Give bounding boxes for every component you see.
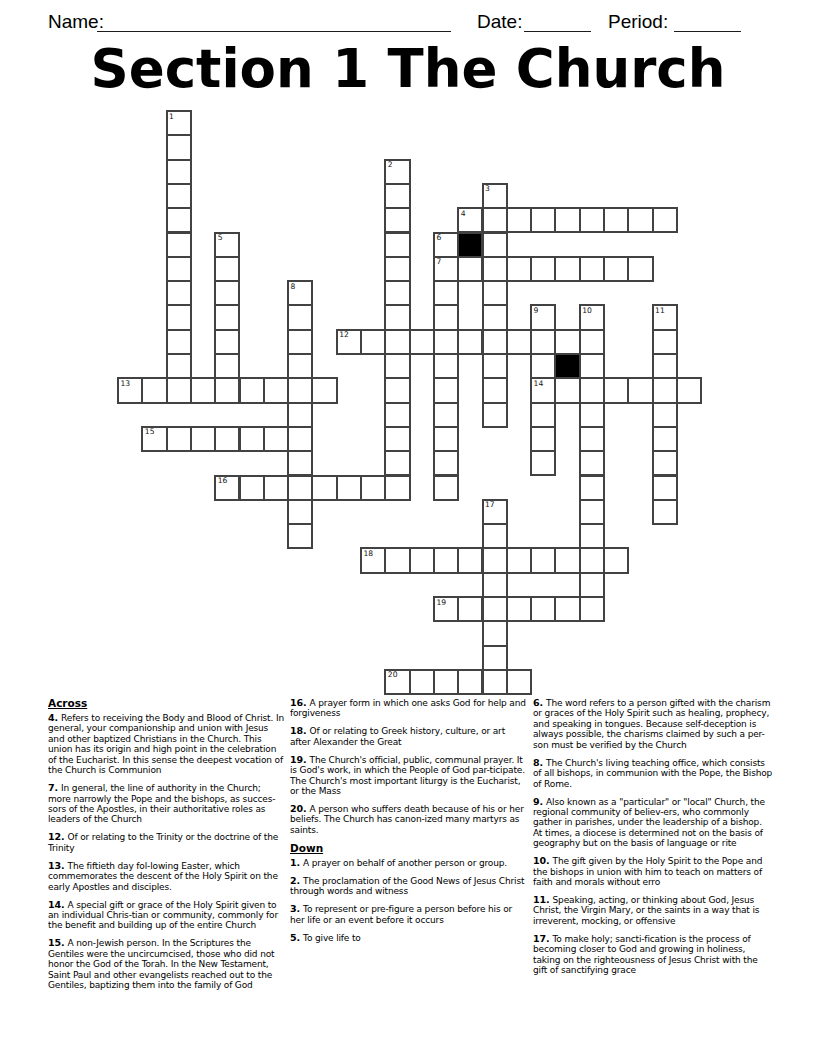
- cell-number-20: 20: [388, 671, 398, 679]
- clue-number: 1.: [290, 857, 303, 868]
- cell-number-9: 9: [534, 307, 539, 315]
- grid-cell[interactable]: [652, 329, 678, 355]
- grid-cell[interactable]: [433, 377, 459, 403]
- grid-cell[interactable]: [166, 377, 192, 403]
- clue-17: 17. To make holy; sancti-fication is the…: [533, 933, 773, 976]
- clue-text: A prayer on behalf of another person or …: [303, 858, 507, 868]
- clue-number: 17.: [533, 933, 553, 944]
- grid-cell[interactable]: [652, 450, 678, 476]
- grid-cell[interactable]: [214, 304, 240, 330]
- clue-7: 7. In general, the line of authority in …: [48, 782, 286, 825]
- grid-cell[interactable]: [530, 450, 556, 476]
- grid-cell[interactable]: [384, 183, 410, 209]
- clue-10: 10. The gift given by the Holy Spirit to…: [533, 855, 773, 887]
- grid-cell[interactable]: [482, 377, 508, 403]
- clue-1: 1. A prayer on behalf of another person …: [290, 857, 528, 868]
- grid-cell[interactable]: [579, 475, 605, 501]
- grid-cell[interactable]: [482, 280, 508, 306]
- grid-cell[interactable]: [554, 377, 580, 403]
- clue-number: 3.: [290, 903, 303, 914]
- worksheet-page: Name: Date: Period: Section 1 The Church…: [0, 0, 816, 1056]
- grid-cell[interactable]: [409, 669, 435, 695]
- grid-cell[interactable]: [457, 669, 483, 695]
- grid-cell[interactable]: [506, 547, 532, 573]
- grid-cell[interactable]: [384, 232, 410, 258]
- grid-cell[interactable]: [482, 596, 508, 622]
- cell-number-4: 4: [461, 210, 466, 218]
- down-heading: Down: [290, 842, 528, 854]
- grid-cell[interactable]: [409, 329, 435, 355]
- grid-cell[interactable]: [627, 207, 653, 233]
- cell-number-8: 8: [291, 283, 296, 291]
- grid-cell[interactable]: [287, 499, 313, 525]
- grid-cell[interactable]: [166, 232, 192, 258]
- grid-cell[interactable]: [360, 329, 386, 355]
- cell-number-13: 13: [121, 380, 131, 388]
- clue-text: A person who suffers death because of hi…: [290, 804, 524, 835]
- clue-15: 15. A non-Jewish person. In the Scriptur…: [48, 937, 286, 990]
- grid-cell[interactable]: [214, 353, 240, 379]
- clue-number: 10.: [533, 855, 553, 866]
- clue-text: The Church's official, public, communal …: [290, 755, 525, 796]
- grid-cell[interactable]: [384, 475, 410, 501]
- clue-20: 20. A person who suffers death because o…: [290, 803, 528, 835]
- cell-number-18: 18: [364, 550, 374, 558]
- clue-number: 7.: [48, 782, 61, 793]
- clue-text: Refers to receiving the Body and Blood o…: [48, 713, 284, 775]
- clue-2: 2. The proclamation of the Good News of …: [290, 875, 528, 897]
- grid-cell[interactable]: [166, 426, 192, 452]
- grid-cell[interactable]: [579, 523, 605, 549]
- grid-cell[interactable]: [384, 450, 410, 476]
- cell-number-14: 14: [534, 380, 544, 388]
- grid-cell[interactable]: [482, 669, 508, 695]
- clue-number: 12.: [48, 831, 68, 842]
- grid-cell[interactable]: [433, 353, 459, 379]
- grid-cell[interactable]: [287, 426, 313, 452]
- grid-cell[interactable]: [579, 547, 605, 573]
- grid-cell[interactable]: [239, 426, 265, 452]
- black-cell: [457, 232, 483, 258]
- grid-cell[interactable]: [263, 377, 289, 403]
- grid-cell[interactable]: [433, 304, 459, 330]
- grid-cell[interactable]: [287, 304, 313, 330]
- grid-cell[interactable]: [190, 426, 216, 452]
- cell-number-10: 10: [582, 307, 592, 315]
- clue-13: 13. The fiftieth day fol-lowing Easter, …: [48, 860, 286, 892]
- grid-cell[interactable]: [579, 572, 605, 598]
- across-heading: Across: [48, 697, 286, 709]
- grid-cell[interactable]: [214, 329, 240, 355]
- grid-cell[interactable]: [530, 329, 556, 355]
- grid-cell[interactable]: [482, 256, 508, 282]
- grid-cell[interactable]: [263, 475, 289, 501]
- cell-number-3: 3: [485, 185, 490, 193]
- clue-number: 11.: [533, 894, 553, 905]
- cell-number-6: 6: [436, 234, 441, 242]
- grid-cell[interactable]: [457, 596, 483, 622]
- grid-cell[interactable]: [336, 475, 362, 501]
- grid-cell[interactable]: [239, 475, 265, 501]
- clue-number: 18.: [290, 725, 310, 736]
- clue-number: 13.: [48, 860, 68, 871]
- cell-number-11: 11: [655, 307, 665, 315]
- clue-4: 4. Refers to receiving the Body and Bloo…: [48, 712, 286, 776]
- clue-text: Of or relating to Greek history, culture…: [290, 726, 505, 746]
- grid-cell[interactable]: [384, 377, 410, 403]
- grid-cell[interactable]: [287, 523, 313, 549]
- clue-text: The word refers to a person gifted with …: [533, 698, 770, 750]
- clue-text: The fiftieth day fol-lowing Easter, whic…: [48, 861, 278, 892]
- grid-cell[interactable]: [554, 329, 580, 355]
- grid-cell[interactable]: [433, 475, 459, 501]
- grid-cell[interactable]: [384, 353, 410, 379]
- grid-cell[interactable]: [579, 256, 605, 282]
- grid-cell[interactable]: [482, 645, 508, 671]
- grid-cell[interactable]: [433, 450, 459, 476]
- clue-number: 19.: [290, 754, 310, 765]
- grid-cell[interactable]: [579, 377, 605, 403]
- grid-cell[interactable]: [457, 256, 483, 282]
- page-title: Section 1 The Church: [0, 38, 816, 99]
- cell-number-12: 12: [339, 331, 349, 339]
- clue-text: The gift given by the Holy Spirit to the…: [533, 856, 762, 887]
- grid-cell[interactable]: [166, 304, 192, 330]
- grid-cell[interactable]: [166, 256, 192, 282]
- grid-cell[interactable]: [384, 207, 410, 233]
- grid-cell[interactable]: [530, 256, 556, 282]
- grid-cell[interactable]: [190, 377, 216, 403]
- cell-number-5: 5: [218, 234, 223, 242]
- grid-cell[interactable]: [263, 426, 289, 452]
- clue-text: A special gift or grace of the Holy Spir…: [48, 900, 278, 931]
- grid-cell[interactable]: [433, 280, 459, 306]
- grid-cell[interactable]: [287, 475, 313, 501]
- grid-cell[interactable]: [482, 207, 508, 233]
- grid-cell[interactable]: [311, 475, 337, 501]
- clue-number: 14.: [48, 899, 68, 910]
- grid-cell[interactable]: [530, 353, 556, 379]
- date-blank-line: [524, 31, 591, 32]
- grid-cell[interactable]: [627, 256, 653, 282]
- grid-cell[interactable]: [652, 499, 678, 525]
- grid-cell[interactable]: [627, 377, 653, 403]
- grid-cell[interactable]: [384, 329, 410, 355]
- grid-cell[interactable]: [579, 207, 605, 233]
- grid-cell[interactable]: [214, 256, 240, 282]
- clue-12: 12. Of or relating to the Trinity or the…: [48, 831, 286, 853]
- grid-cell[interactable]: [652, 402, 678, 428]
- grid-cell[interactable]: [166, 353, 192, 379]
- clue-number: 5.: [290, 932, 303, 943]
- clue-number: 15.: [48, 937, 68, 948]
- grid-cell[interactable]: [603, 377, 629, 403]
- grid-cell[interactable]: [530, 547, 556, 573]
- grid-cell[interactable]: [652, 475, 678, 501]
- grid-cell[interactable]: [166, 183, 192, 209]
- grid-cell[interactable]: [457, 547, 483, 573]
- grid-cell[interactable]: [287, 450, 313, 476]
- cell-number-7: 7: [436, 258, 441, 266]
- grid-cell[interactable]: [384, 256, 410, 282]
- grid-cell[interactable]: [287, 353, 313, 379]
- grid-cell[interactable]: [554, 207, 580, 233]
- grid-cell[interactable]: [166, 159, 192, 185]
- grid-cell[interactable]: [579, 499, 605, 525]
- grid-cell[interactable]: [506, 207, 532, 233]
- grid-cell[interactable]: [554, 596, 580, 622]
- clue-number: 8.: [533, 757, 546, 768]
- grid-cell[interactable]: [384, 547, 410, 573]
- grid-cell[interactable]: [214, 377, 240, 403]
- clue-19: 19. The Church's official, public, commu…: [290, 754, 528, 797]
- grid-cell[interactable]: [530, 596, 556, 622]
- clue-16: 16. A prayer form in which one asks God …: [290, 697, 528, 719]
- clue-14: 14. A special gift or grace of the Holy …: [48, 899, 286, 931]
- clue-3: 3. To represent or pre-figure a person b…: [290, 903, 528, 925]
- grid-cell[interactable]: [530, 207, 556, 233]
- grid-cell[interactable]: [433, 329, 459, 355]
- grid-cell[interactable]: [506, 669, 532, 695]
- grid-cell[interactable]: [360, 475, 386, 501]
- grid-cell[interactable]: [384, 280, 410, 306]
- clue-number: 20.: [290, 803, 310, 814]
- grid-cell[interactable]: [482, 402, 508, 428]
- grid-cell[interactable]: [433, 669, 459, 695]
- clue-text: Also known as a "particular" or "local" …: [533, 797, 765, 849]
- grid-cell[interactable]: [166, 134, 192, 160]
- grid-cell[interactable]: [384, 426, 410, 452]
- grid-cell[interactable]: [579, 450, 605, 476]
- grid-cell[interactable]: [579, 426, 605, 452]
- period-label: Period:: [608, 11, 668, 33]
- grid-cell[interactable]: [506, 596, 532, 622]
- cell-number-2: 2: [388, 161, 393, 169]
- clue-text: A prayer form in which one asks God for …: [290, 698, 526, 718]
- clue-11: 11. Speaking, acting, or thinking about …: [533, 894, 773, 926]
- name-label: Name:: [48, 11, 104, 33]
- grid-cell[interactable]: [141, 377, 167, 403]
- grid-cell[interactable]: [482, 547, 508, 573]
- cell-number-1: 1: [169, 113, 174, 121]
- clue-column-3: 6. The word refers to a person gifted wi…: [533, 697, 773, 982]
- grid-cell[interactable]: [166, 280, 192, 306]
- grid-cell[interactable]: [287, 329, 313, 355]
- grid-cell[interactable]: [166, 329, 192, 355]
- period-blank-line: [674, 31, 741, 32]
- grid-cell[interactable]: [482, 232, 508, 258]
- grid-cell[interactable]: [457, 329, 483, 355]
- clue-number: 2.: [290, 875, 303, 886]
- grid-cell[interactable]: [384, 304, 410, 330]
- grid-cell[interactable]: [482, 620, 508, 646]
- grid-cell[interactable]: [579, 353, 605, 379]
- crossword-grid: 1234567891011121314151617181920: [117, 110, 703, 696]
- grid-cell[interactable]: [554, 256, 580, 282]
- clue-column-2: 16. A prayer form in which one asks God …: [290, 697, 528, 949]
- grid-cell[interactable]: [579, 402, 605, 428]
- grid-cell[interactable]: [652, 377, 678, 403]
- grid-cell[interactable]: [482, 523, 508, 549]
- grid-cell[interactable]: [311, 377, 337, 403]
- grid-cell[interactable]: [506, 329, 532, 355]
- grid-cell[interactable]: [482, 353, 508, 379]
- date-label: Date:: [477, 11, 522, 33]
- clue-number: 6.: [533, 697, 546, 708]
- grid-cell[interactable]: [433, 402, 459, 428]
- clue-number: 9.: [533, 796, 546, 807]
- grid-cell[interactable]: [239, 377, 265, 403]
- grid-cell[interactable]: [166, 207, 192, 233]
- clue-number: 16.: [290, 697, 310, 708]
- grid-cell[interactable]: [433, 547, 459, 573]
- grid-cell[interactable]: [506, 256, 532, 282]
- grid-cell[interactable]: [652, 207, 678, 233]
- grid-cell[interactable]: [287, 377, 313, 403]
- clue-text: A non-Jewish person. In the Scriptures t…: [48, 938, 274, 990]
- cell-number-15: 15: [145, 428, 155, 436]
- clue-text: To represent or pre-figure a person befo…: [290, 904, 512, 924]
- clue-text: In general, the line of authority in the…: [48, 783, 275, 824]
- name-blank-line: [97, 31, 451, 32]
- clue-8: 8. The Church's living teaching office, …: [533, 757, 773, 789]
- grid-cell[interactable]: [530, 426, 556, 452]
- grid-cell[interactable]: [603, 547, 629, 573]
- clue-text: To give life to: [303, 933, 361, 943]
- grid-cell[interactable]: [287, 402, 313, 428]
- grid-cell[interactable]: [482, 329, 508, 355]
- grid-cell[interactable]: [652, 426, 678, 452]
- clue-text: Speaking, acting, or thinking about God,…: [533, 895, 759, 926]
- grid-cell[interactable]: [214, 280, 240, 306]
- grid-cell[interactable]: [652, 353, 678, 379]
- grid-cell[interactable]: [384, 402, 410, 428]
- grid-cell[interactable]: [603, 256, 629, 282]
- black-cell: [554, 353, 580, 379]
- grid-cell[interactable]: [433, 426, 459, 452]
- grid-cell[interactable]: [579, 329, 605, 355]
- grid-cell[interactable]: [530, 402, 556, 428]
- grid-cell[interactable]: [214, 426, 240, 452]
- clue-6: 6. The word refers to a person gifted wi…: [533, 697, 773, 750]
- clue-number: 4.: [48, 712, 61, 723]
- clue-5: 5. To give life to: [290, 932, 528, 943]
- grid-cell[interactable]: [482, 304, 508, 330]
- cell-number-19: 19: [436, 599, 446, 607]
- grid-cell[interactable]: [409, 547, 435, 573]
- grid-cell[interactable]: [554, 547, 580, 573]
- clue-text: The proclamation of the Good News of Jes…: [290, 876, 524, 896]
- clue-9: 9. Also known as a "particular" or "loca…: [533, 796, 773, 849]
- grid-cell[interactable]: [579, 596, 605, 622]
- grid-cell[interactable]: [676, 377, 702, 403]
- clue-column-1: Across4. Refers to receiving the Body an…: [48, 697, 286, 997]
- grid-cell[interactable]: [482, 572, 508, 598]
- cell-number-17: 17: [485, 501, 495, 509]
- clue-18: 18. Of or relating to Greek history, cul…: [290, 725, 528, 747]
- clue-text: To make holy; sancti-fication is the pro…: [533, 934, 758, 975]
- clue-text: The Church's living teaching office, whi…: [533, 758, 772, 789]
- cell-number-16: 16: [218, 477, 228, 485]
- grid-cell[interactable]: [603, 207, 629, 233]
- clue-text: Of or relating to the Trinity or the doc…: [48, 832, 278, 852]
